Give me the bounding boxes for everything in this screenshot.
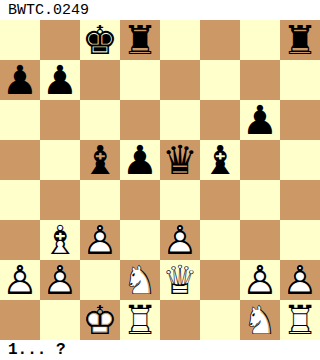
- square-c3[interactable]: ♟♙: [80, 220, 120, 260]
- square-a1[interactable]: [0, 300, 40, 340]
- square-g2[interactable]: ♟♙: [240, 260, 280, 300]
- black-bishop-glyph: ♝: [80, 140, 120, 180]
- square-h5[interactable]: [280, 140, 320, 180]
- white-king-outline: ♔: [80, 300, 120, 340]
- square-b1[interactable]: [40, 300, 80, 340]
- square-c7[interactable]: [80, 60, 120, 100]
- square-g7[interactable]: [240, 60, 280, 100]
- square-a2[interactable]: ♟♙: [0, 260, 40, 300]
- piece-black-pawn[interactable]: ♟: [240, 100, 280, 140]
- square-a4[interactable]: [0, 180, 40, 220]
- black-rook-glyph: ♜: [280, 20, 320, 60]
- square-d6[interactable]: [120, 100, 160, 140]
- black-pawn-glyph: ♟: [40, 60, 80, 100]
- square-b4[interactable]: [40, 180, 80, 220]
- piece-white-knight[interactable]: ♞♘: [240, 300, 280, 340]
- square-a6[interactable]: [0, 100, 40, 140]
- square-h8[interactable]: ♜: [280, 20, 320, 60]
- white-bishop-outline: ♗: [40, 220, 80, 260]
- square-h6[interactable]: [280, 100, 320, 140]
- white-pawn-outline: ♙: [40, 260, 80, 300]
- square-d5[interactable]: ♟: [120, 140, 160, 180]
- piece-white-pawn[interactable]: ♟♙: [40, 260, 80, 300]
- square-f1[interactable]: [200, 300, 240, 340]
- square-d7[interactable]: [120, 60, 160, 100]
- square-e5[interactable]: ♛: [160, 140, 200, 180]
- piece-white-bishop[interactable]: ♝♗: [40, 220, 80, 260]
- piece-white-knight[interactable]: ♞♘: [120, 260, 160, 300]
- piece-black-bishop[interactable]: ♝: [80, 140, 120, 180]
- square-f7[interactable]: [200, 60, 240, 100]
- square-f5[interactable]: ♝: [200, 140, 240, 180]
- square-d8[interactable]: ♜: [120, 20, 160, 60]
- square-d4[interactable]: [120, 180, 160, 220]
- piece-black-rook[interactable]: ♜: [280, 20, 320, 60]
- white-pawn-outline: ♙: [80, 220, 120, 260]
- square-h2[interactable]: ♟♙: [280, 260, 320, 300]
- move-prompt: 1... ?: [0, 340, 320, 360]
- square-e8[interactable]: [160, 20, 200, 60]
- square-a3[interactable]: [0, 220, 40, 260]
- white-pawn-outline: ♙: [160, 220, 200, 260]
- piece-white-queen[interactable]: ♛♕: [160, 260, 200, 300]
- square-h7[interactable]: [280, 60, 320, 100]
- square-g5[interactable]: [240, 140, 280, 180]
- square-a7[interactable]: ♟: [0, 60, 40, 100]
- square-a8[interactable]: [0, 20, 40, 60]
- square-e4[interactable]: [160, 180, 200, 220]
- square-b5[interactable]: [40, 140, 80, 180]
- piece-black-pawn[interactable]: ♟: [40, 60, 80, 100]
- square-c6[interactable]: [80, 100, 120, 140]
- square-g8[interactable]: [240, 20, 280, 60]
- piece-black-bishop[interactable]: ♝: [200, 140, 240, 180]
- piece-black-rook[interactable]: ♜: [120, 20, 160, 60]
- square-h4[interactable]: [280, 180, 320, 220]
- square-c5[interactable]: ♝: [80, 140, 120, 180]
- square-c2[interactable]: [80, 260, 120, 300]
- white-rook-outline: ♖: [120, 300, 160, 340]
- puzzle-title: BWTC.0249: [0, 0, 320, 20]
- square-e3[interactable]: ♟♙: [160, 220, 200, 260]
- square-c4[interactable]: [80, 180, 120, 220]
- square-e6[interactable]: [160, 100, 200, 140]
- piece-white-pawn[interactable]: ♟♙: [160, 220, 200, 260]
- black-queen-glyph: ♛: [160, 140, 200, 180]
- square-f6[interactable]: [200, 100, 240, 140]
- square-h3[interactable]: [280, 220, 320, 260]
- square-d1[interactable]: ♜♖: [120, 300, 160, 340]
- white-pawn-outline: ♙: [240, 260, 280, 300]
- square-e2[interactable]: ♛♕: [160, 260, 200, 300]
- piece-white-pawn[interactable]: ♟♙: [240, 260, 280, 300]
- white-queen-outline: ♕: [160, 260, 200, 300]
- white-knight-outline: ♘: [120, 260, 160, 300]
- square-h1[interactable]: ♜♖: [280, 300, 320, 340]
- piece-black-pawn[interactable]: ♟: [0, 60, 40, 100]
- square-b8[interactable]: [40, 20, 80, 60]
- black-king-glyph: ♚: [80, 20, 120, 60]
- black-pawn-glyph: ♟: [240, 100, 280, 140]
- chess-board: ♚♜♜♟♟♟♝♟♛♝♝♗♟♙♟♙♟♙♟♙♞♘♛♕♟♙♟♙♚♔♜♖♞♘♜♖: [0, 20, 320, 340]
- square-e1[interactable]: [160, 300, 200, 340]
- square-f4[interactable]: [200, 180, 240, 220]
- square-b7[interactable]: ♟: [40, 60, 80, 100]
- square-b3[interactable]: ♝♗: [40, 220, 80, 260]
- white-knight-outline: ♘: [240, 300, 280, 340]
- square-e7[interactable]: [160, 60, 200, 100]
- square-f8[interactable]: [200, 20, 240, 60]
- piece-white-pawn[interactable]: ♟♙: [0, 260, 40, 300]
- square-c8[interactable]: ♚: [80, 20, 120, 60]
- black-pawn-glyph: ♟: [120, 140, 160, 180]
- square-a5[interactable]: [0, 140, 40, 180]
- square-f3[interactable]: [200, 220, 240, 260]
- black-bishop-glyph: ♝: [200, 140, 240, 180]
- square-c1[interactable]: ♚♔: [80, 300, 120, 340]
- square-b6[interactable]: [40, 100, 80, 140]
- piece-black-king[interactable]: ♚: [80, 20, 120, 60]
- piece-white-rook[interactable]: ♜♖: [120, 300, 160, 340]
- square-g4[interactable]: [240, 180, 280, 220]
- square-g6[interactable]: ♟: [240, 100, 280, 140]
- piece-white-king[interactable]: ♚♔: [80, 300, 120, 340]
- square-g1[interactable]: ♞♘: [240, 300, 280, 340]
- square-d3[interactable]: [120, 220, 160, 260]
- white-pawn-outline: ♙: [280, 260, 320, 300]
- square-d2[interactable]: ♞♘: [120, 260, 160, 300]
- piece-white-rook[interactable]: ♜♖: [280, 300, 320, 340]
- white-pawn-outline: ♙: [0, 260, 40, 300]
- black-pawn-glyph: ♟: [0, 60, 40, 100]
- piece-black-pawn[interactable]: ♟: [120, 140, 160, 180]
- white-rook-outline: ♖: [280, 300, 320, 340]
- square-f2[interactable]: [200, 260, 240, 300]
- piece-white-pawn[interactable]: ♟♙: [80, 220, 120, 260]
- piece-black-queen[interactable]: ♛: [160, 140, 200, 180]
- black-rook-glyph: ♜: [120, 20, 160, 60]
- square-b2[interactable]: ♟♙: [40, 260, 80, 300]
- square-g3[interactable]: [240, 220, 280, 260]
- piece-white-pawn[interactable]: ♟♙: [280, 260, 320, 300]
